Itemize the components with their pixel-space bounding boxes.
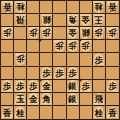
shogi-board: 香桂桂香飛銀角金王歩歩歩金銀歩歩歩歩歩歩歩歩歩歩歩歩歩金銀歩歩玉金角銀飛香桂桂香 [0,0,120,120]
piece-4c-gold-gote[interactable]: 金 [67,27,78,39]
piece-2c-pawn-gote[interactable]: 歩 [93,27,104,39]
square-9b[interactable] [1,14,14,27]
square-6i[interactable] [40,106,53,119]
piece-9a-lance-gote[interactable]: 香 [2,1,13,13]
square-2a[interactable]: 桂 [93,1,106,14]
square-1h[interactable] [106,93,119,106]
square-1c[interactable]: 歩 [106,27,119,40]
piece-4g-silver-sente[interactable]: 銀 [67,80,78,92]
piece-9c-pawn-gote[interactable]: 歩 [2,27,13,39]
square-8f[interactable] [14,67,27,80]
square-3e[interactable] [80,53,93,66]
piece-4b-bishop-gote[interactable]: 角 [67,14,78,26]
square-1a[interactable]: 香 [106,1,119,14]
piece-2b-king-gote[interactable]: 王 [93,14,104,26]
piece-2h-rook-sente[interactable]: 飛 [93,93,104,105]
square-1i[interactable]: 香 [106,106,119,119]
square-1d[interactable] [106,40,119,53]
piece-1i-lance-sente[interactable]: 香 [107,106,118,118]
square-9d[interactable] [1,40,14,53]
square-5c[interactable] [53,27,66,40]
square-8b[interactable]: 飛 [14,14,27,27]
piece-8b-rook-gote[interactable]: 飛 [15,14,26,26]
piece-7c-pawn-gote[interactable]: 歩 [28,27,39,39]
piece-8a-knight-gote[interactable]: 桂 [15,1,26,13]
square-5g[interactable] [53,80,66,93]
piece-9g-pawn-sente[interactable]: 歩 [2,80,13,92]
piece-6f-pawn-sente[interactable]: 歩 [41,67,52,79]
piece-2e-pawn-sente[interactable]: 歩 [93,53,104,65]
square-6d[interactable] [40,40,53,53]
piece-3g-pawn-sente[interactable]: 歩 [80,80,91,92]
piece-6g-gold-sente[interactable]: 金 [41,80,52,92]
square-8e[interactable]: 歩 [14,53,27,66]
square-3b[interactable]: 金 [80,14,93,27]
square-2g[interactable] [93,80,106,93]
square-5a[interactable] [53,1,66,14]
piece-1a-lance-gote[interactable]: 香 [107,1,118,13]
square-2b[interactable]: 王 [93,14,106,27]
square-5e[interactable] [53,53,66,66]
square-5i[interactable] [53,106,66,119]
star-point [78,78,81,81]
square-9g[interactable]: 歩 [1,80,14,93]
square-2e[interactable]: 歩 [93,53,106,66]
square-3c[interactable]: 銀 [80,27,93,40]
square-1g[interactable]: 歩 [106,80,119,93]
square-2i[interactable]: 桂 [93,106,106,119]
square-4e[interactable] [67,53,80,66]
square-9f[interactable] [1,67,14,80]
piece-6c-pawn-gote[interactable]: 歩 [41,27,52,39]
piece-6b-silver-gote[interactable]: 銀 [41,14,52,26]
piece-3d-pawn-gote[interactable]: 歩 [80,40,91,52]
square-8a[interactable]: 桂 [14,1,27,14]
square-7h[interactable]: 金 [27,93,40,106]
square-6f[interactable]: 歩 [40,67,53,80]
piece-6h-bishop-sente[interactable]: 角 [41,93,52,105]
square-8g[interactable]: 歩 [14,80,27,93]
piece-7g-pawn-sente[interactable]: 歩 [28,80,39,92]
square-4i[interactable] [67,106,80,119]
piece-1g-pawn-sente[interactable]: 歩 [107,80,118,92]
square-6e[interactable] [40,53,53,66]
piece-2a-knight-gote[interactable]: 桂 [93,1,104,13]
piece-8i-knight-sente[interactable]: 桂 [15,106,26,118]
square-4d[interactable]: 歩 [67,40,80,53]
square-2h[interactable]: 飛 [93,93,106,106]
square-3f[interactable] [80,67,93,80]
square-5b[interactable] [53,14,66,27]
piece-9i-lance-sente[interactable]: 香 [2,106,13,118]
square-8i[interactable]: 桂 [14,106,27,119]
piece-5f-pawn-sente[interactable]: 歩 [54,67,65,79]
star-point [39,78,42,81]
square-4b[interactable]: 角 [67,14,80,27]
square-5f[interactable]: 歩 [53,67,66,80]
square-3g[interactable]: 歩 [80,80,93,93]
square-7g[interactable]: 歩 [27,80,40,93]
square-3i[interactable] [80,106,93,119]
square-1b[interactable] [106,14,119,27]
square-9h[interactable] [1,93,14,106]
star-point [78,39,81,42]
square-6c[interactable]: 歩 [40,27,53,40]
square-9a[interactable]: 香 [1,1,14,14]
square-6a[interactable] [40,1,53,14]
square-7d[interactable] [27,40,40,53]
piece-4h-silver-sente[interactable]: 銀 [67,93,78,105]
piece-7h-gold-sente[interactable]: 金 [28,93,39,105]
piece-1c-pawn-gote[interactable]: 歩 [107,27,118,39]
square-5h[interactable] [53,93,66,106]
piece-8h-king-sente[interactable]: 玉 [15,93,26,105]
square-6b[interactable]: 銀 [40,14,53,27]
square-3a[interactable] [80,1,93,14]
piece-4d-pawn-gote[interactable]: 歩 [67,40,78,52]
square-8c[interactable] [14,27,27,40]
square-7i[interactable] [27,106,40,119]
star-point [39,39,42,42]
square-3h[interactable] [80,93,93,106]
piece-4f-pawn-sente[interactable]: 歩 [67,67,78,79]
square-1e[interactable] [106,53,119,66]
square-5d[interactable]: 歩 [53,40,66,53]
square-8d[interactable] [14,40,27,53]
square-7e[interactable] [27,53,40,66]
square-2d[interactable] [93,40,106,53]
square-1f[interactable] [106,67,119,80]
square-7b[interactable] [27,14,40,27]
square-3d[interactable]: 歩 [80,40,93,53]
square-9e[interactable] [1,53,14,66]
square-9c[interactable]: 歩 [1,27,14,40]
square-4g[interactable]: 銀 [67,80,80,93]
square-6h[interactable]: 角 [40,93,53,106]
square-4a[interactable] [67,1,80,14]
square-4h[interactable]: 銀 [67,93,80,106]
square-2c[interactable]: 歩 [93,27,106,40]
square-7a[interactable] [27,1,40,14]
square-6g[interactable]: 金 [40,80,53,93]
piece-5d-pawn-gote[interactable]: 歩 [54,40,65,52]
square-9i[interactable]: 香 [1,106,14,119]
square-2f[interactable] [93,67,106,80]
piece-2i-knight-sente[interactable]: 桂 [93,106,104,118]
piece-3b-gold-gote[interactable]: 金 [80,14,91,26]
piece-8e-pawn-gote[interactable]: 歩 [15,53,26,65]
piece-8g-pawn-sente[interactable]: 歩 [15,80,26,92]
square-8h[interactable]: 玉 [14,93,27,106]
piece-3c-silver-gote[interactable]: 銀 [80,27,91,39]
